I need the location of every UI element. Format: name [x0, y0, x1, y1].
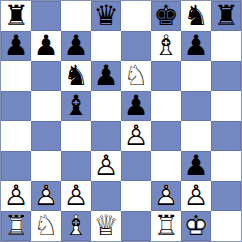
white-pawn-outline-icon: ♙ — [31, 181, 61, 211]
white-rook-outline-icon: ♖ — [151, 211, 181, 241]
black-pawn-icon: ♟ — [181, 151, 211, 181]
square-c6[interactable]: ♞ — [61, 61, 91, 91]
square-f1[interactable]: ♜♖ — [151, 211, 181, 241]
square-d8[interactable]: ♛ — [91, 1, 121, 31]
square-a3[interactable] — [1, 151, 31, 181]
black-knight-icon: ♞ — [181, 1, 211, 31]
square-d7[interactable] — [91, 31, 121, 61]
square-f5[interactable] — [151, 91, 181, 121]
white-pawn-outline-icon: ♙ — [151, 181, 181, 211]
piece-black-pawn[interactable]: ♟ — [61, 31, 91, 61]
white-rook-outline-icon: ♖ — [1, 211, 31, 241]
square-g1[interactable]: ♚♔ — [181, 211, 211, 241]
square-c3[interactable] — [61, 151, 91, 181]
square-b4[interactable] — [31, 121, 61, 151]
square-b5[interactable] — [31, 91, 61, 121]
square-h1[interactable] — [211, 211, 241, 241]
square-a6[interactable] — [1, 61, 31, 91]
white-queen-outline-icon: ♕ — [91, 211, 121, 241]
square-a4[interactable] — [1, 121, 31, 151]
square-e5[interactable]: ♟ — [121, 91, 151, 121]
piece-white-pawn[interactable]: ♟♙ — [31, 181, 61, 211]
square-d5[interactable] — [91, 91, 121, 121]
piece-white-pawn[interactable]: ♟♙ — [1, 181, 31, 211]
white-pawn-outline-icon: ♙ — [91, 151, 121, 181]
white-pawn-outline-icon: ♙ — [181, 181, 211, 211]
piece-white-pawn[interactable]: ♟♙ — [61, 181, 91, 211]
piece-black-rook[interactable]: ♜ — [1, 1, 31, 31]
square-h2[interactable] — [211, 181, 241, 211]
piece-black-pawn[interactable]: ♟ — [121, 91, 151, 121]
white-knight-outline-icon: ♘ — [31, 211, 61, 241]
square-f3[interactable] — [151, 151, 181, 181]
square-a2[interactable]: ♟♙ — [1, 181, 31, 211]
piece-white-knight[interactable]: ♞♘ — [121, 61, 151, 91]
square-g5[interactable] — [181, 91, 211, 121]
piece-white-pawn[interactable]: ♟♙ — [121, 121, 151, 151]
piece-white-pawn[interactable]: ♟♙ — [181, 181, 211, 211]
piece-white-bishop[interactable]: ♝♗ — [151, 31, 181, 61]
black-rook-icon: ♜ — [211, 1, 241, 31]
black-bishop-icon: ♝ — [61, 91, 91, 121]
square-e7[interactable] — [121, 31, 151, 61]
square-e3[interactable] — [121, 151, 151, 181]
black-pawn-icon: ♟ — [1, 31, 31, 61]
black-knight-icon: ♞ — [61, 61, 91, 91]
square-c4[interactable] — [61, 121, 91, 151]
piece-black-pawn[interactable]: ♟ — [31, 31, 61, 61]
square-h6[interactable] — [211, 61, 241, 91]
piece-black-king[interactable]: ♚ — [151, 1, 181, 31]
piece-black-knight[interactable]: ♞ — [181, 1, 211, 31]
square-a8[interactable]: ♜ — [1, 1, 31, 31]
piece-white-rook[interactable]: ♜♖ — [1, 211, 31, 241]
square-d3[interactable]: ♟♙ — [91, 151, 121, 181]
square-g4[interactable] — [181, 121, 211, 151]
piece-white-knight[interactable]: ♞♘ — [31, 211, 61, 241]
black-pawn-icon: ♟ — [181, 31, 211, 61]
piece-white-queen[interactable]: ♛♕ — [91, 211, 121, 241]
square-d4[interactable] — [91, 121, 121, 151]
piece-black-knight[interactable]: ♞ — [61, 61, 91, 91]
square-g2[interactable]: ♟♙ — [181, 181, 211, 211]
square-g3[interactable]: ♟ — [181, 151, 211, 181]
square-h4[interactable] — [211, 121, 241, 151]
black-queen-icon: ♛ — [91, 1, 121, 31]
black-pawn-icon: ♟ — [91, 61, 121, 91]
white-pawn-outline-icon: ♙ — [121, 121, 151, 151]
piece-white-king[interactable]: ♚♔ — [181, 211, 211, 241]
square-d6[interactable]: ♟ — [91, 61, 121, 91]
square-b2[interactable]: ♟♙ — [31, 181, 61, 211]
square-g8[interactable]: ♞ — [181, 1, 211, 31]
square-h3[interactable] — [211, 151, 241, 181]
piece-white-pawn[interactable]: ♟♙ — [151, 181, 181, 211]
square-d1[interactable]: ♛♕ — [91, 211, 121, 241]
black-pawn-icon: ♟ — [61, 31, 91, 61]
black-rook-icon: ♜ — [1, 1, 31, 31]
white-pawn-outline-icon: ♙ — [1, 181, 31, 211]
square-f8[interactable]: ♚ — [151, 1, 181, 31]
square-e1[interactable] — [121, 211, 151, 241]
square-d2[interactable] — [91, 181, 121, 211]
square-h8[interactable]: ♜ — [211, 1, 241, 31]
square-b8[interactable] — [31, 1, 61, 31]
piece-white-pawn[interactable]: ♟♙ — [91, 151, 121, 181]
piece-black-queen[interactable]: ♛ — [91, 1, 121, 31]
square-c5[interactable]: ♝ — [61, 91, 91, 121]
white-knight-outline-icon: ♘ — [121, 61, 151, 91]
square-a1[interactable]: ♜♖ — [1, 211, 31, 241]
piece-black-pawn[interactable]: ♟ — [181, 31, 211, 61]
white-pawn-outline-icon: ♙ — [61, 181, 91, 211]
black-pawn-icon: ♟ — [121, 91, 151, 121]
piece-white-bishop[interactable]: ♝♗ — [61, 211, 91, 241]
square-b7[interactable]: ♟ — [31, 31, 61, 61]
white-bishop-outline-icon: ♗ — [61, 211, 91, 241]
square-h5[interactable] — [211, 91, 241, 121]
chess-board: ♜♛♚♞♜♟♟♟♝♗♟♞♟♞♘♝♟♟♙♟♙♟♟♙♟♙♟♙♟♙♟♙♜♖♞♘♝♗♛♕… — [0, 0, 242, 242]
piece-black-pawn[interactable]: ♟ — [181, 151, 211, 181]
square-e6[interactable]: ♞♘ — [121, 61, 151, 91]
white-bishop-outline-icon: ♗ — [151, 31, 181, 61]
black-pawn-icon: ♟ — [31, 31, 61, 61]
square-f4[interactable] — [151, 121, 181, 151]
square-a5[interactable] — [1, 91, 31, 121]
square-c2[interactable]: ♟♙ — [61, 181, 91, 211]
square-c8[interactable] — [61, 1, 91, 31]
square-b6[interactable] — [31, 61, 61, 91]
square-a7[interactable]: ♟ — [1, 31, 31, 61]
square-e4[interactable]: ♟♙ — [121, 121, 151, 151]
square-g7[interactable]: ♟ — [181, 31, 211, 61]
white-king-outline-icon: ♔ — [181, 211, 211, 241]
square-f2[interactable]: ♟♙ — [151, 181, 181, 211]
piece-black-pawn[interactable]: ♟ — [91, 61, 121, 91]
piece-black-pawn[interactable]: ♟ — [1, 31, 31, 61]
square-h7[interactable] — [211, 31, 241, 61]
square-f7[interactable]: ♝♗ — [151, 31, 181, 61]
square-e2[interactable] — [121, 181, 151, 211]
piece-black-bishop[interactable]: ♝ — [61, 91, 91, 121]
piece-black-rook[interactable]: ♜ — [211, 1, 241, 31]
square-g6[interactable] — [181, 61, 211, 91]
piece-white-rook[interactable]: ♜♖ — [151, 211, 181, 241]
square-c1[interactable]: ♝♗ — [61, 211, 91, 241]
square-b3[interactable] — [31, 151, 61, 181]
square-e8[interactable] — [121, 1, 151, 31]
square-f6[interactable] — [151, 61, 181, 91]
square-b1[interactable]: ♞♘ — [31, 211, 61, 241]
black-king-icon: ♚ — [151, 1, 181, 31]
square-c7[interactable]: ♟ — [61, 31, 91, 61]
